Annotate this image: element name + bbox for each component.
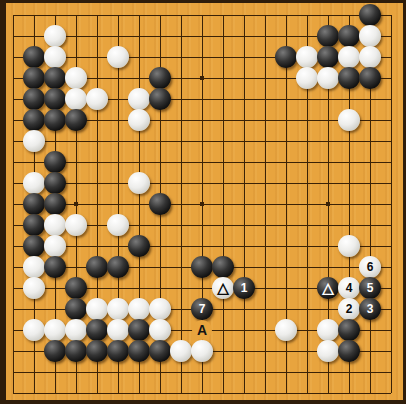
white-stone xyxy=(170,340,192,362)
black-stone xyxy=(338,340,360,362)
white-stone: 2 xyxy=(338,298,360,320)
white-stone xyxy=(107,46,129,68)
black-stone xyxy=(44,340,66,362)
black-stone xyxy=(128,340,150,362)
white-stone xyxy=(65,319,87,341)
black-stone xyxy=(275,46,297,68)
white-stone xyxy=(65,67,87,89)
black-stone xyxy=(338,67,360,89)
black-stone xyxy=(86,319,108,341)
black-stone xyxy=(23,235,45,257)
white-stone xyxy=(23,319,45,341)
black-stone xyxy=(23,214,45,236)
white-stone xyxy=(65,214,87,236)
white-stone xyxy=(296,67,318,89)
black-stone xyxy=(149,340,171,362)
white-stone xyxy=(359,25,381,47)
black-stone xyxy=(44,67,66,89)
white-stone xyxy=(44,214,66,236)
move-number-5: 5 xyxy=(367,282,374,294)
black-stone: 7 xyxy=(191,298,213,320)
white-stone xyxy=(107,298,129,320)
white-stone xyxy=(296,46,318,68)
white-stone xyxy=(128,298,150,320)
black-stone xyxy=(86,256,108,278)
white-stone xyxy=(317,67,339,89)
white-stone xyxy=(191,340,213,362)
white-stone xyxy=(107,319,129,341)
black-stone xyxy=(44,151,66,173)
black-stone: 1 xyxy=(233,277,255,299)
black-stone xyxy=(107,256,129,278)
white-stone xyxy=(23,256,45,278)
black-stone xyxy=(317,46,339,68)
white-stone xyxy=(317,319,339,341)
black-stone xyxy=(23,109,45,131)
white-stone: △ xyxy=(212,277,234,299)
triangle-mark: △ xyxy=(217,280,229,295)
move-number-6: 6 xyxy=(367,261,374,273)
black-stone xyxy=(317,25,339,47)
white-stone xyxy=(23,130,45,152)
black-stone xyxy=(44,256,66,278)
black-stone xyxy=(149,67,171,89)
white-stone: 6 xyxy=(359,256,381,278)
white-stone xyxy=(275,319,297,341)
black-stone xyxy=(107,340,129,362)
move-number-4: 4 xyxy=(346,282,353,294)
white-stone xyxy=(317,340,339,362)
black-stone xyxy=(65,277,87,299)
black-stone xyxy=(23,193,45,215)
black-stone xyxy=(191,256,213,278)
black-stone xyxy=(149,88,171,110)
white-stone: 4 xyxy=(338,277,360,299)
black-stone: 5 xyxy=(359,277,381,299)
black-stone xyxy=(44,172,66,194)
black-stone xyxy=(359,67,381,89)
move-number-2: 2 xyxy=(346,303,353,315)
white-stone xyxy=(128,109,150,131)
black-stone xyxy=(338,319,360,341)
black-stone xyxy=(23,88,45,110)
black-stone xyxy=(44,193,66,215)
black-stone xyxy=(359,4,381,26)
black-stone: △ xyxy=(317,277,339,299)
move-number-1: 1 xyxy=(241,282,248,294)
black-stone xyxy=(128,235,150,257)
white-stone xyxy=(44,235,66,257)
move-number-3: 3 xyxy=(367,303,374,315)
black-stone xyxy=(44,88,66,110)
white-stone xyxy=(86,88,108,110)
black-stone xyxy=(23,67,45,89)
white-stone xyxy=(128,172,150,194)
triangle-mark: △ xyxy=(322,280,334,295)
go-board-diagram: 6△1△45723A xyxy=(0,0,406,404)
white-stone xyxy=(338,46,360,68)
white-stone xyxy=(65,88,87,110)
move-number-7: 7 xyxy=(199,303,206,315)
white-stone xyxy=(128,88,150,110)
black-stone xyxy=(86,340,108,362)
black-stone xyxy=(149,193,171,215)
white-stone xyxy=(44,46,66,68)
white-stone xyxy=(86,298,108,320)
black-stone xyxy=(338,25,360,47)
black-stone xyxy=(65,340,87,362)
white-stone xyxy=(44,25,66,47)
white-stone xyxy=(149,319,171,341)
white-stone xyxy=(23,277,45,299)
white-stone xyxy=(149,298,171,320)
black-stone xyxy=(23,46,45,68)
white-stone xyxy=(23,172,45,194)
white-stone xyxy=(359,46,381,68)
black-stone xyxy=(65,109,87,131)
black-stone xyxy=(44,109,66,131)
black-stone xyxy=(212,256,234,278)
white-stone xyxy=(44,319,66,341)
go-board[interactable]: 6△1△45723A xyxy=(0,0,406,404)
white-stone xyxy=(338,235,360,257)
black-stone: 3 xyxy=(359,298,381,320)
white-stone xyxy=(338,109,360,131)
point-label-A[interactable]: A xyxy=(192,320,212,340)
black-stone xyxy=(65,298,87,320)
white-stone xyxy=(107,214,129,236)
black-stone xyxy=(128,319,150,341)
